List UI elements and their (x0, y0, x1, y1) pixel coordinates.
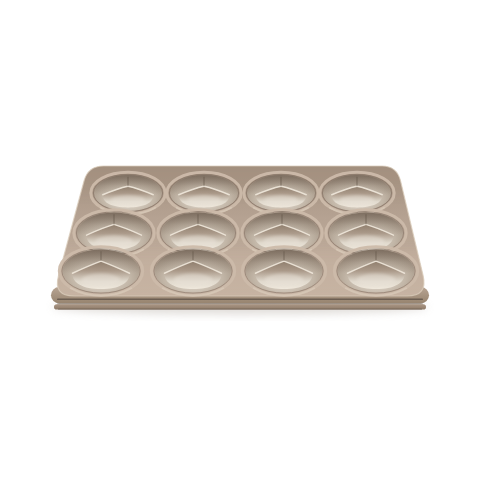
cavity-r1c1 (91, 172, 165, 214)
cavity-bottom-highlight (111, 195, 145, 206)
product-photo-canvas (0, 0, 480, 480)
pan-bottom-edge (58, 309, 422, 310)
cavity-bottom-highlight (265, 274, 304, 287)
cavity-r3c3 (242, 247, 325, 296)
cavity-r1c3 (244, 172, 318, 214)
cavity-r3c1 (59, 247, 142, 296)
cavity-bottom-highlight (357, 274, 396, 287)
cavity-r3c4 (334, 247, 417, 296)
cavity-r1c2 (167, 172, 241, 214)
cavity-bottom-highlight (264, 195, 298, 206)
cavity-bottom-highlight (82, 274, 121, 287)
cavity-bottom-highlight (174, 274, 213, 287)
pan-seam-line (57, 298, 423, 300)
cavity-r3c2 (151, 247, 234, 296)
cavity-r1c4 (320, 172, 394, 214)
baking-pan-illustration (0, 0, 480, 480)
cavity-bottom-highlight (187, 195, 221, 206)
cavity-bottom-highlight (340, 195, 374, 206)
